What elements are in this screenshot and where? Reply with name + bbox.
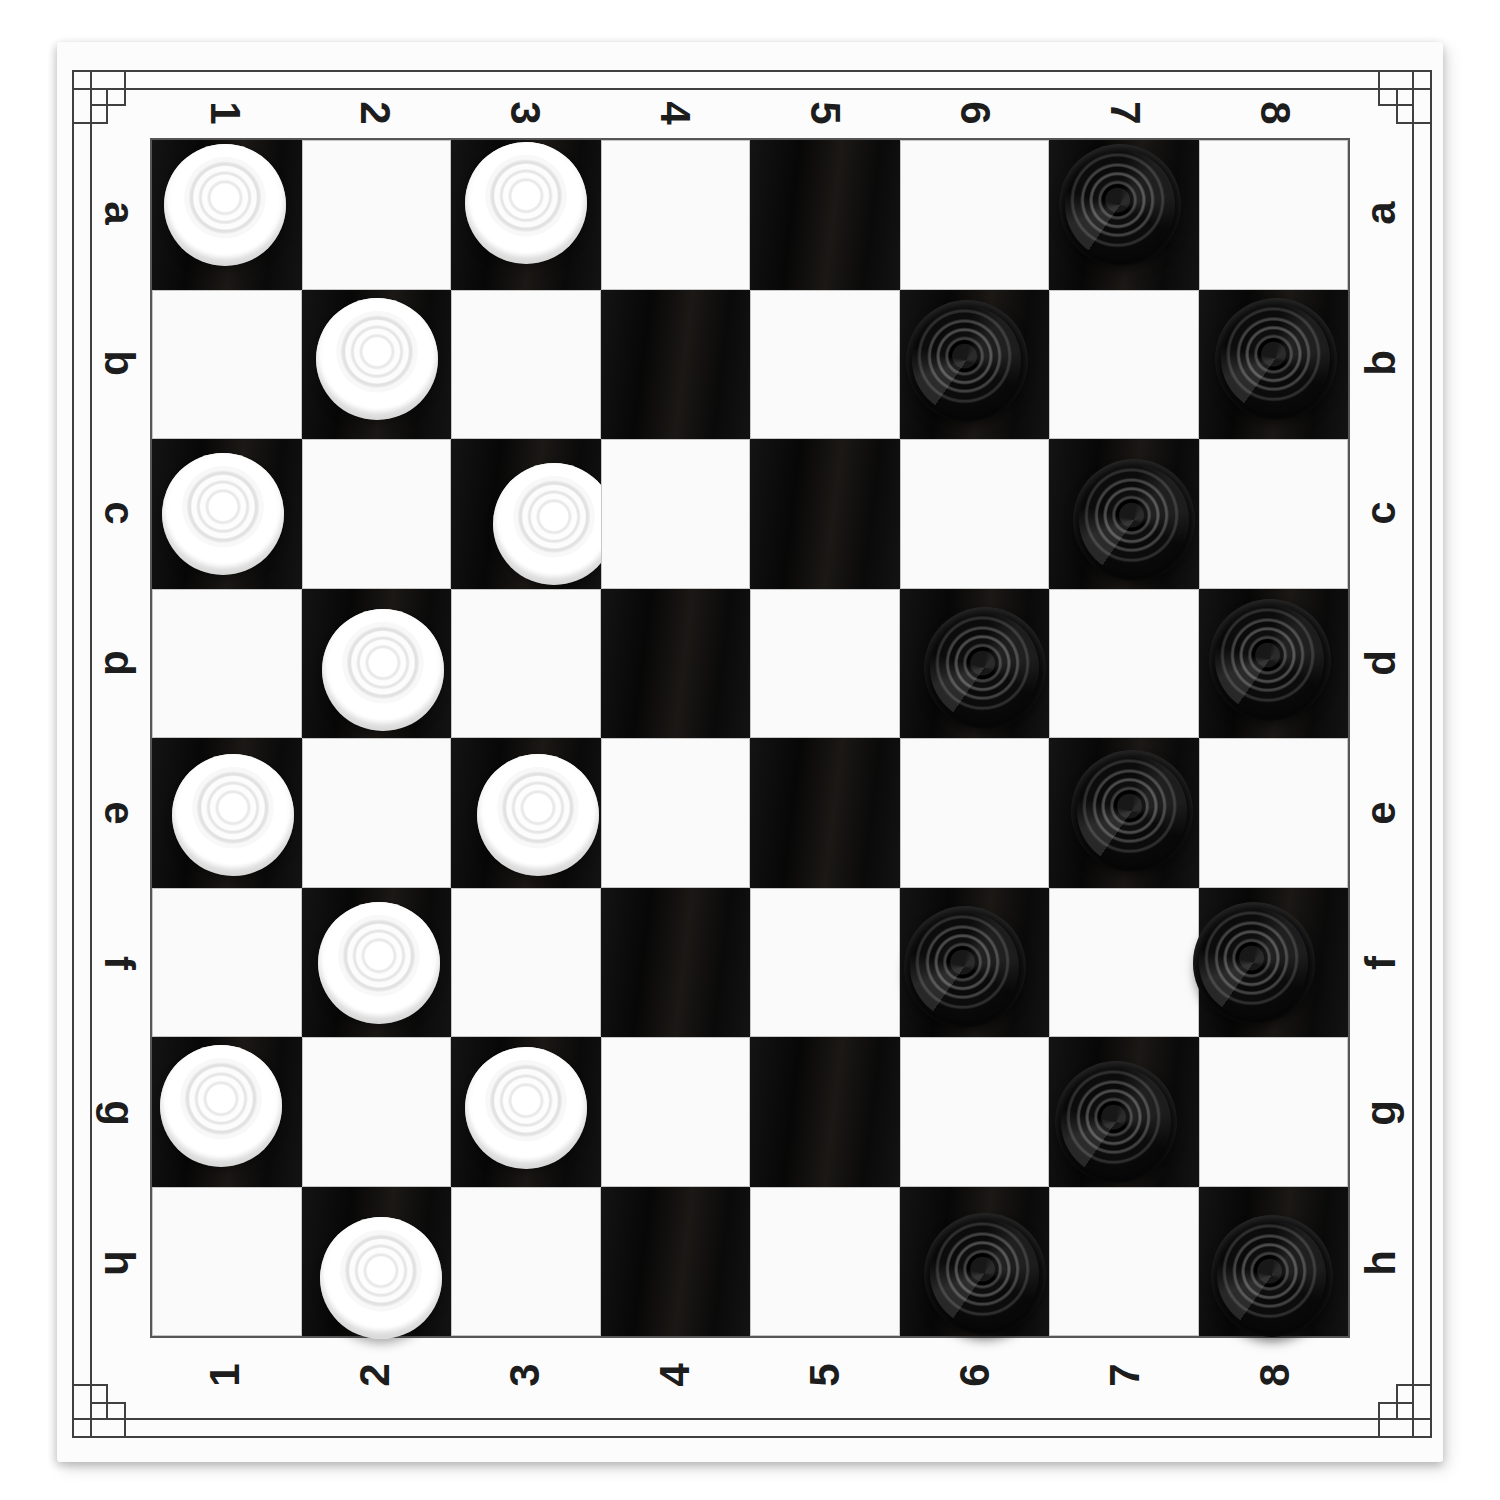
cell-d6[interactable] — [900, 589, 1050, 739]
cell-g1[interactable] — [152, 1037, 302, 1187]
cell-c2[interactable] — [302, 439, 452, 589]
cell-g6[interactable] — [900, 1037, 1050, 1187]
cell-a8[interactable] — [1199, 140, 1349, 290]
row-labels-right: abcdefgh — [1352, 138, 1410, 1338]
cell-h6[interactable] — [900, 1187, 1050, 1337]
piece-white-b2[interactable] — [316, 298, 438, 420]
piece-black-e7[interactable] — [1071, 750, 1193, 872]
piece-white-c3[interactable] — [493, 463, 615, 585]
cell-g8[interactable] — [1199, 1037, 1349, 1187]
cell-h5[interactable] — [750, 1187, 900, 1337]
cell-h4[interactable] — [601, 1187, 751, 1337]
row-labels-left: abcdefgh — [90, 138, 148, 1338]
piece-black-c7[interactable] — [1073, 459, 1195, 581]
corner-knot — [1396, 88, 1432, 124]
cell-g4[interactable] — [601, 1037, 751, 1187]
cell-a3[interactable] — [451, 140, 601, 290]
cell-e5[interactable] — [750, 738, 900, 888]
cell-h1[interactable] — [152, 1187, 302, 1337]
piece-white-g1[interactable] — [160, 1045, 282, 1167]
cell-e2[interactable] — [302, 738, 452, 888]
cell-g3[interactable] — [451, 1037, 601, 1187]
cell-d2[interactable] — [302, 589, 452, 739]
cell-e3[interactable] — [451, 738, 601, 888]
piece-black-d8[interactable] — [1209, 599, 1331, 721]
piece-black-g7[interactable] — [1055, 1061, 1177, 1183]
cell-g5[interactable] — [750, 1037, 900, 1187]
col-labels-bottom: 12345678 — [150, 1340, 1350, 1410]
cell-b1[interactable] — [152, 290, 302, 440]
piece-black-h6[interactable] — [924, 1213, 1046, 1335]
cell-f5[interactable] — [750, 888, 900, 1038]
corner-knot — [72, 88, 108, 124]
cell-g2[interactable] — [302, 1037, 452, 1187]
piece-white-h2[interactable] — [320, 1217, 442, 1339]
cell-b7[interactable] — [1049, 290, 1199, 440]
cell-b2[interactable] — [302, 290, 452, 440]
piece-black-b8[interactable] — [1215, 298, 1337, 420]
cell-e6[interactable] — [900, 738, 1050, 888]
corner-knot — [72, 1384, 108, 1420]
cell-a2[interactable] — [302, 140, 452, 290]
piece-white-e3[interactable] — [477, 754, 599, 876]
piece-white-c1[interactable] — [162, 453, 284, 575]
piece-white-f2[interactable] — [318, 902, 440, 1024]
cell-d8[interactable] — [1199, 589, 1349, 739]
cell-f8[interactable] — [1199, 888, 1349, 1038]
cell-h7[interactable] — [1049, 1187, 1199, 1337]
cell-c4[interactable] — [601, 439, 751, 589]
cell-d3[interactable] — [451, 589, 601, 739]
piece-black-f6[interactable] — [904, 906, 1026, 1028]
piece-black-h8[interactable] — [1211, 1215, 1333, 1337]
cell-a7[interactable] — [1049, 140, 1199, 290]
cell-d7[interactable] — [1049, 589, 1199, 739]
piece-white-a3[interactable] — [465, 142, 587, 264]
cell-a1[interactable] — [152, 140, 302, 290]
cell-e8[interactable] — [1199, 738, 1349, 888]
piece-black-d6[interactable] — [924, 607, 1046, 729]
checkers-board-photo: 12345678 12345678 abcdefgh abcdefgh — [0, 0, 1500, 1500]
cell-b3[interactable] — [451, 290, 601, 440]
col-labels-top: 12345678 — [150, 88, 1350, 138]
cell-d5[interactable] — [750, 589, 900, 739]
cell-c7[interactable] — [1049, 439, 1199, 589]
cell-c1[interactable] — [152, 439, 302, 589]
cell-c3[interactable] — [451, 439, 601, 589]
cell-f1[interactable] — [152, 888, 302, 1038]
cell-e4[interactable] — [601, 738, 751, 888]
cell-h3[interactable] — [451, 1187, 601, 1337]
cell-g7[interactable] — [1049, 1037, 1199, 1187]
cell-c8[interactable] — [1199, 439, 1349, 589]
cell-a6[interactable] — [900, 140, 1050, 290]
cell-e1[interactable] — [152, 738, 302, 888]
cell-f3[interactable] — [451, 888, 601, 1038]
cell-d1[interactable] — [152, 589, 302, 739]
cell-b6[interactable] — [900, 290, 1050, 440]
piece-white-e1[interactable] — [172, 754, 294, 876]
cell-f4[interactable] — [601, 888, 751, 1038]
cell-a4[interactable] — [601, 140, 751, 290]
board-grid — [150, 138, 1350, 1338]
cell-b5[interactable] — [750, 290, 900, 440]
piece-black-b6[interactable] — [906, 300, 1028, 422]
corner-knot — [1396, 1384, 1432, 1420]
cell-e7[interactable] — [1049, 738, 1199, 888]
cell-f7[interactable] — [1049, 888, 1199, 1038]
piece-black-f8[interactable] — [1193, 902, 1315, 1024]
cell-b4[interactable] — [601, 290, 751, 440]
piece-black-a7[interactable] — [1059, 144, 1181, 266]
cell-f6[interactable] — [900, 888, 1050, 1038]
cell-d4[interactable] — [601, 589, 751, 739]
piece-white-d2[interactable] — [322, 609, 444, 731]
piece-white-g3[interactable] — [465, 1047, 587, 1169]
piece-white-a1[interactable] — [164, 144, 286, 266]
cell-c5[interactable] — [750, 439, 900, 589]
cell-c6[interactable] — [900, 439, 1050, 589]
cell-b8[interactable] — [1199, 290, 1349, 440]
cell-h2[interactable] — [302, 1187, 452, 1337]
cell-h8[interactable] — [1199, 1187, 1349, 1337]
cell-a5[interactable] — [750, 140, 900, 290]
cell-f2[interactable] — [302, 888, 452, 1038]
